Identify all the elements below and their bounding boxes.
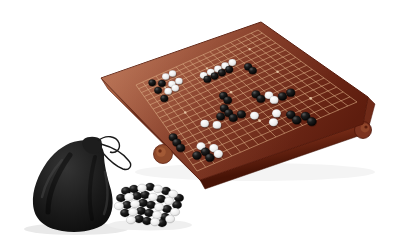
black-stone	[176, 144, 185, 152]
black-stone	[307, 117, 316, 125]
go-set-scene	[0, 0, 400, 240]
black-stone	[249, 67, 257, 74]
white-stone	[171, 85, 179, 92]
star-point	[208, 141, 211, 144]
black-stone	[149, 79, 156, 85]
black-stone	[278, 92, 287, 100]
black-stone	[211, 72, 219, 79]
white-stone	[200, 120, 208, 128]
star-point	[184, 111, 186, 113]
black-stone	[218, 69, 226, 76]
loose-white-stone	[128, 208, 137, 216]
white-stone	[164, 88, 172, 95]
star-point	[230, 91, 233, 94]
loose-white-stone	[164, 197, 173, 205]
star-point	[248, 48, 250, 50]
star-point	[206, 67, 208, 69]
loose-white-stone	[153, 185, 162, 193]
star-point	[276, 70, 279, 73]
black-stone	[229, 114, 238, 122]
black-stone	[257, 95, 265, 103]
white-stone	[175, 78, 182, 85]
black-stone	[237, 110, 246, 118]
loose-white-stone	[152, 211, 161, 219]
star-point	[309, 97, 312, 100]
loose-white-stone	[130, 200, 139, 208]
black-stone	[160, 95, 168, 102]
black-stone	[216, 113, 224, 121]
loose-white-stone	[124, 193, 133, 201]
white-stone	[213, 121, 222, 129]
star-point	[258, 119, 261, 122]
white-stone	[229, 59, 237, 66]
black-stone	[286, 89, 295, 97]
drawstring-cord	[101, 144, 131, 169]
product-photo	[0, 0, 400, 240]
black-stone	[154, 87, 161, 94]
loose-white-stone	[154, 203, 163, 211]
black-stone	[192, 151, 201, 159]
white-stone	[169, 70, 176, 77]
loose-white-stone	[148, 193, 157, 201]
black-stone	[204, 76, 212, 83]
white-stone	[214, 150, 223, 158]
loose-white-stone	[114, 202, 123, 210]
black-stone	[158, 80, 165, 87]
loose-white-stone	[170, 208, 179, 216]
loose-stones	[114, 183, 183, 227]
white-stone	[162, 73, 169, 80]
black-stone	[225, 66, 233, 73]
white-stone	[250, 112, 259, 120]
white-stone	[269, 118, 278, 126]
black-stone	[292, 116, 301, 124]
loose-white-stone	[126, 216, 135, 224]
go-board	[101, 22, 375, 189]
white-stone	[270, 96, 279, 104]
loose-black-stone	[172, 201, 181, 209]
loose-white-stone	[150, 218, 159, 226]
loose-white-stone	[137, 184, 146, 192]
black-stone	[224, 96, 232, 103]
loose-white-stone	[168, 190, 177, 198]
loose-white-stone	[165, 215, 174, 223]
black-stone	[205, 153, 214, 161]
stone-pouch	[33, 137, 131, 232]
white-stone	[272, 109, 281, 117]
